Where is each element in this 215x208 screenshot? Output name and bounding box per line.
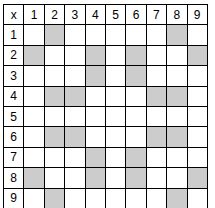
grid-cell — [86, 107, 105, 126]
grid-cell — [24, 168, 43, 187]
grid-cell — [126, 148, 145, 167]
grid-cell — [106, 66, 125, 85]
grid-cell — [45, 46, 64, 65]
grid-cell — [24, 107, 43, 126]
grid-cell — [188, 127, 207, 146]
board: x123456789123456789 — [3, 4, 208, 208]
grid-cell — [24, 87, 43, 106]
grid-cell — [188, 25, 207, 44]
grid-cell — [45, 189, 64, 208]
col-header-cell: 7 — [147, 5, 166, 24]
grid-cell — [167, 25, 186, 44]
grid-cell — [126, 107, 145, 126]
grid-cell — [167, 107, 186, 126]
row-header-cell: 5 — [4, 107, 23, 126]
grid-cell — [167, 148, 186, 167]
grid-cell — [167, 46, 186, 65]
col-header-cell: 9 — [188, 5, 207, 24]
col-header-cell: 2 — [45, 5, 64, 24]
grid-cell — [86, 168, 105, 187]
grid-cell — [126, 66, 145, 85]
row-header-cell: 9 — [4, 189, 23, 208]
grid-cell — [24, 46, 43, 65]
grid-cell — [65, 107, 84, 126]
grid-cell — [106, 87, 125, 106]
corner-cell: x — [4, 5, 23, 24]
grid-cell — [45, 107, 64, 126]
row-header-cell: 3 — [4, 66, 23, 85]
grid-cell — [147, 46, 166, 65]
grid-cell — [24, 148, 43, 167]
grid-cell — [86, 87, 105, 106]
grid-cell — [126, 168, 145, 187]
grid-cell — [147, 127, 166, 146]
grid-cell — [188, 107, 207, 126]
grid-cell — [167, 189, 186, 208]
grid-cell — [147, 87, 166, 106]
grid-cell — [147, 25, 166, 44]
grid-cell — [45, 168, 64, 187]
grid-cell — [126, 25, 145, 44]
grid-cell — [188, 66, 207, 85]
grid-cell — [45, 148, 64, 167]
grid-cell — [106, 46, 125, 65]
grid-cell — [45, 127, 64, 146]
grid-cell — [147, 107, 166, 126]
grid-cell — [65, 189, 84, 208]
grid-cell — [65, 25, 84, 44]
grid-cell — [167, 66, 186, 85]
grid-cell — [126, 87, 145, 106]
col-header-cell: 4 — [86, 5, 105, 24]
col-header-cell: 8 — [167, 5, 186, 24]
grid-cell — [24, 25, 43, 44]
row-header-cell: 7 — [4, 148, 23, 167]
col-header-cell: 5 — [106, 5, 125, 24]
grid-cell — [188, 46, 207, 65]
grid-cell — [188, 148, 207, 167]
grid-cell — [65, 168, 84, 187]
page: x123456789123456789 — [0, 0, 215, 208]
grid-cell — [188, 189, 207, 208]
grid-cell — [188, 168, 207, 187]
grid-cell — [45, 87, 64, 106]
col-header-cell: 1 — [24, 5, 43, 24]
col-header-cell: 3 — [65, 5, 84, 24]
row-header-cell: 1 — [4, 25, 23, 44]
grid-cell — [106, 107, 125, 126]
grid-cell — [65, 87, 84, 106]
grid-cell — [24, 66, 43, 85]
grid-cell — [45, 25, 64, 44]
row-header-cell: 4 — [4, 87, 23, 106]
grid-cell — [86, 46, 105, 65]
grid-cell — [65, 127, 84, 146]
grid-cell — [24, 127, 43, 146]
grid-cell — [86, 66, 105, 85]
grid-cell — [147, 66, 166, 85]
grid-cell — [65, 66, 84, 85]
grid-cell — [188, 87, 207, 106]
grid-cell — [126, 127, 145, 146]
grid-cell — [126, 46, 145, 65]
row-header-cell: 2 — [4, 46, 23, 65]
grid-cell — [167, 87, 186, 106]
row-header-cell: 6 — [4, 127, 23, 146]
grid-cell — [86, 25, 105, 44]
grid-cell — [65, 148, 84, 167]
grid-cell — [167, 127, 186, 146]
grid-cell — [147, 148, 166, 167]
grid-cell — [167, 168, 186, 187]
grid-cell — [106, 189, 125, 208]
grid-cell — [65, 46, 84, 65]
col-header-cell: 6 — [126, 5, 145, 24]
grid-cell — [24, 189, 43, 208]
grid-cell — [86, 189, 105, 208]
grid-cell — [86, 148, 105, 167]
grid-cell — [106, 25, 125, 44]
grid-cell — [86, 127, 105, 146]
row-header-cell: 8 — [4, 168, 23, 187]
grid-cell — [106, 168, 125, 187]
grid-cell — [45, 66, 64, 85]
grid-cell — [126, 189, 145, 208]
grid-cell — [106, 148, 125, 167]
grid-cell — [147, 189, 166, 208]
grid-cell — [147, 168, 166, 187]
grid-cell — [106, 127, 125, 146]
